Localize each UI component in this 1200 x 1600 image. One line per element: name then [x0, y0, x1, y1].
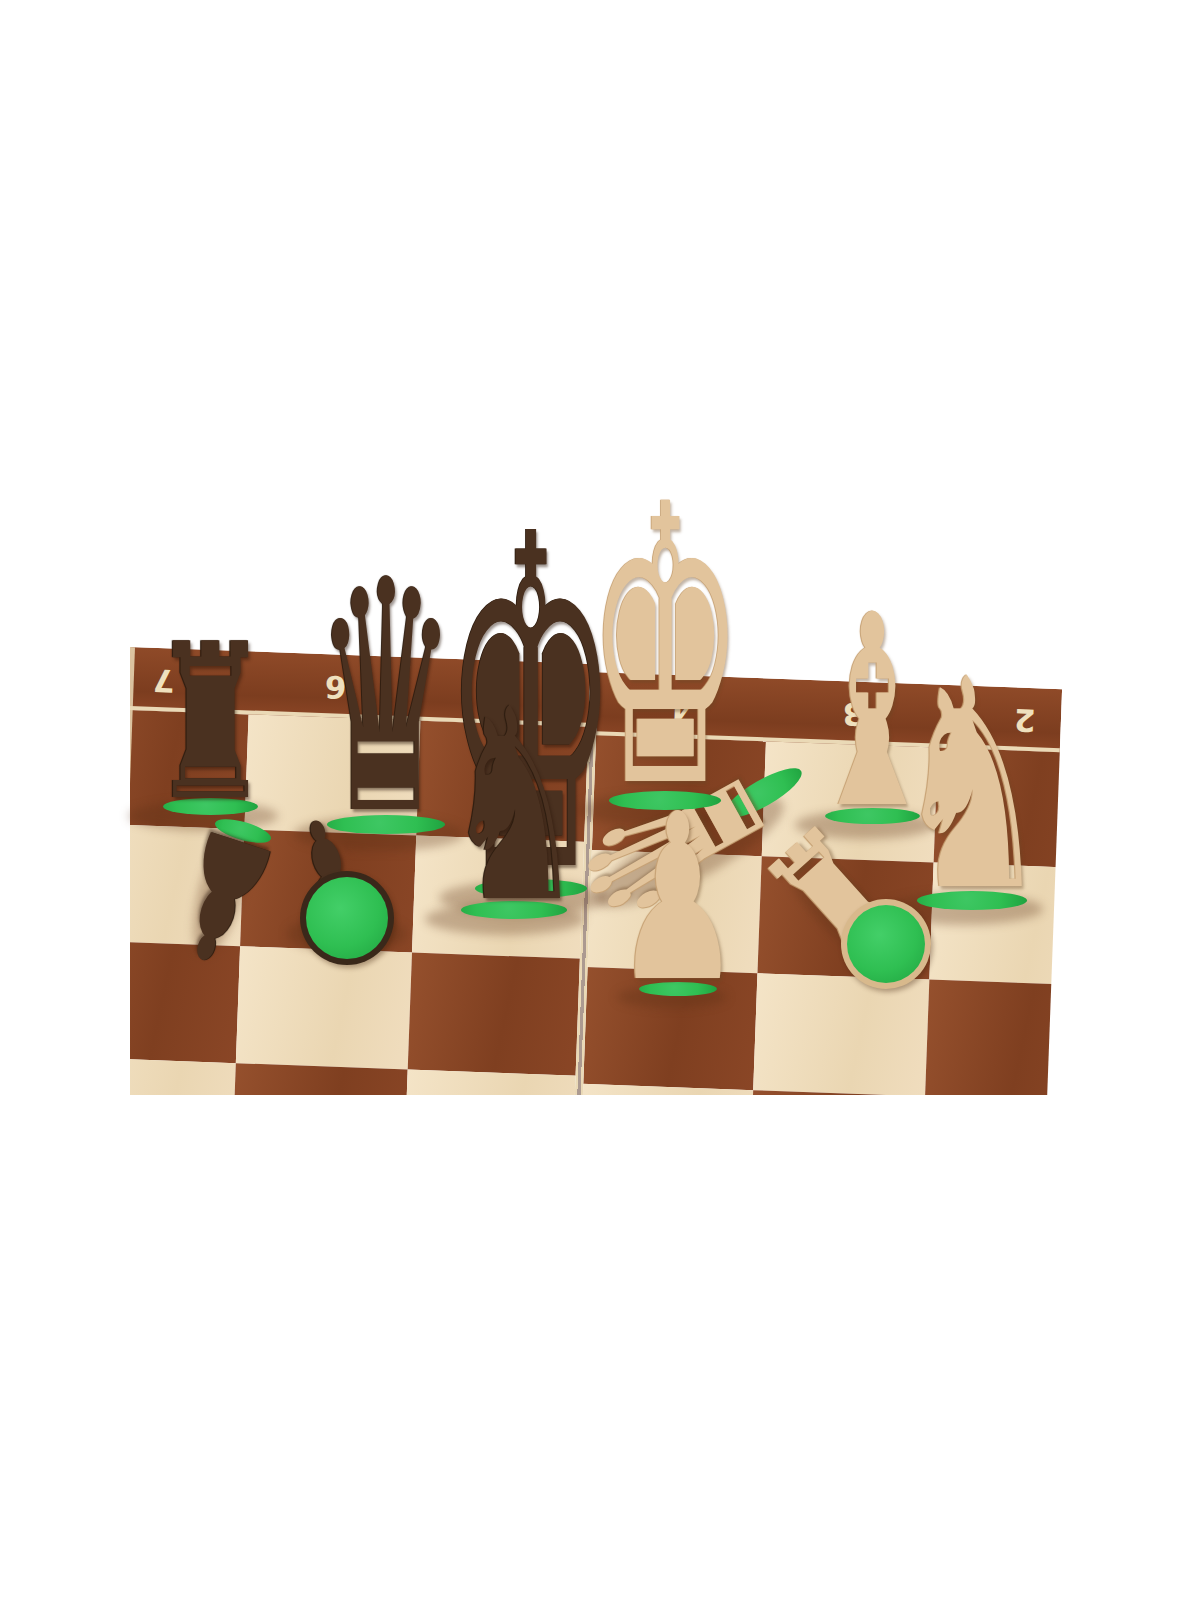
felt-disc-surface [306, 877, 388, 959]
dark-pawn-fallen-base-felt-disc [300, 871, 394, 965]
dark-knight-glyph: ♞ [435, 674, 594, 939]
square-7-row4 [130, 1057, 236, 1095]
light-knight-glyph: ♞ [885, 641, 1059, 931]
square-3-row3 [753, 973, 929, 1095]
light-pawn-glyph: ♟ [607, 784, 750, 1014]
square-2-row3 [925, 980, 1062, 1095]
felt-disc-surface [847, 905, 925, 983]
square-6-row3 [236, 946, 412, 1069]
chess-product-photo: 765432 ♜♛♚♞♚♝♞♟♟♟♛♜ [0, 0, 1200, 1600]
square-6-row4 [230, 1063, 407, 1095]
light-rook-fallen-felt-disc [841, 899, 931, 989]
